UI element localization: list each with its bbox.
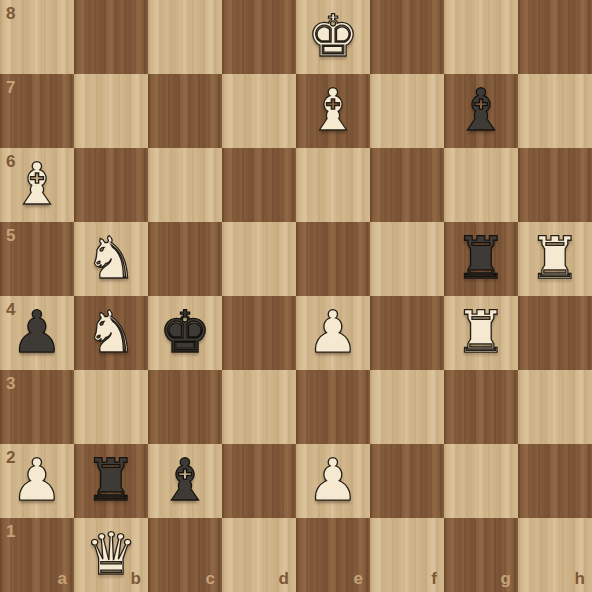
square-g5[interactable]: ♜ <box>444 222 518 296</box>
square-h1[interactable]: h <box>518 518 592 592</box>
square-b5[interactable]: ♞ <box>74 222 148 296</box>
square-h4[interactable] <box>518 296 592 370</box>
white-knight[interactable]: ♞ <box>74 296 148 370</box>
square-e3[interactable] <box>296 370 370 444</box>
file-label-d: d <box>279 569 289 589</box>
square-b7[interactable] <box>74 74 148 148</box>
square-e5[interactable] <box>296 222 370 296</box>
square-c5[interactable] <box>148 222 222 296</box>
square-f4[interactable] <box>370 296 444 370</box>
black-rook[interactable]: ♜ <box>74 444 148 518</box>
white-rook[interactable]: ♜ <box>518 222 592 296</box>
square-c1[interactable]: c <box>148 518 222 592</box>
file-label-g: g <box>501 569 511 589</box>
square-c2[interactable]: ♝ <box>148 444 222 518</box>
rank-label-8: 8 <box>6 4 15 24</box>
square-f7[interactable] <box>370 74 444 148</box>
square-a1[interactable]: 1a <box>0 518 74 592</box>
square-h3[interactable] <box>518 370 592 444</box>
file-label-f: f <box>431 569 437 589</box>
square-a5[interactable]: 5 <box>0 222 74 296</box>
rank-label-3: 3 <box>6 374 15 394</box>
square-e7[interactable]: ♝ <box>296 74 370 148</box>
square-e4[interactable]: ♟ <box>296 296 370 370</box>
square-e6[interactable] <box>296 148 370 222</box>
square-b6[interactable] <box>74 148 148 222</box>
square-e2[interactable]: ♟ <box>296 444 370 518</box>
square-b1[interactable]: b♛ <box>74 518 148 592</box>
chess-board: 8♚7♝♝6♝5♞♜♜4♟♞♚♟♜32♟♜♝♟1ab♛cdefgh <box>0 0 592 592</box>
square-a6[interactable]: 6♝ <box>0 148 74 222</box>
square-b2[interactable]: ♜ <box>74 444 148 518</box>
square-d7[interactable] <box>222 74 296 148</box>
square-g8[interactable] <box>444 0 518 74</box>
black-king[interactable]: ♚ <box>148 296 222 370</box>
square-c4[interactable]: ♚ <box>148 296 222 370</box>
square-b3[interactable] <box>74 370 148 444</box>
square-g1[interactable]: g <box>444 518 518 592</box>
black-rook[interactable]: ♜ <box>444 222 518 296</box>
square-g3[interactable] <box>444 370 518 444</box>
square-a4[interactable]: 4♟ <box>0 296 74 370</box>
square-f1[interactable]: f <box>370 518 444 592</box>
white-bishop[interactable]: ♝ <box>0 148 74 222</box>
square-a7[interactable]: 7 <box>0 74 74 148</box>
square-b8[interactable] <box>74 0 148 74</box>
square-d4[interactable] <box>222 296 296 370</box>
square-a3[interactable]: 3 <box>0 370 74 444</box>
square-g4[interactable]: ♜ <box>444 296 518 370</box>
rank-label-1: 1 <box>6 522 15 542</box>
white-pawn[interactable]: ♟ <box>0 444 74 518</box>
square-a2[interactable]: 2♟ <box>0 444 74 518</box>
black-bishop[interactable]: ♝ <box>444 74 518 148</box>
black-pawn[interactable]: ♟ <box>0 296 74 370</box>
file-label-e: e <box>354 569 363 589</box>
white-pawn[interactable]: ♟ <box>296 296 370 370</box>
square-e8[interactable]: ♚ <box>296 0 370 74</box>
square-d3[interactable] <box>222 370 296 444</box>
white-pawn[interactable]: ♟ <box>296 444 370 518</box>
square-c8[interactable] <box>148 0 222 74</box>
square-e1[interactable]: e <box>296 518 370 592</box>
square-b4[interactable]: ♞ <box>74 296 148 370</box>
square-h7[interactable] <box>518 74 592 148</box>
square-d6[interactable] <box>222 148 296 222</box>
square-f8[interactable] <box>370 0 444 74</box>
file-label-c: c <box>206 569 215 589</box>
white-king[interactable]: ♚ <box>296 0 370 74</box>
square-d2[interactable] <box>222 444 296 518</box>
square-h5[interactable]: ♜ <box>518 222 592 296</box>
square-g2[interactable] <box>444 444 518 518</box>
square-d1[interactable]: d <box>222 518 296 592</box>
file-label-h: h <box>575 569 585 589</box>
rank-label-5: 5 <box>6 226 15 246</box>
file-label-a: a <box>58 569 67 589</box>
square-c3[interactable] <box>148 370 222 444</box>
white-bishop[interactable]: ♝ <box>296 74 370 148</box>
square-c7[interactable] <box>148 74 222 148</box>
square-c6[interactable] <box>148 148 222 222</box>
rank-label-7: 7 <box>6 78 15 98</box>
white-knight[interactable]: ♞ <box>74 222 148 296</box>
black-bishop[interactable]: ♝ <box>148 444 222 518</box>
square-d5[interactable] <box>222 222 296 296</box>
square-f3[interactable] <box>370 370 444 444</box>
square-a8[interactable]: 8 <box>0 0 74 74</box>
square-d8[interactable] <box>222 0 296 74</box>
square-h8[interactable] <box>518 0 592 74</box>
white-queen[interactable]: ♛ <box>74 518 148 592</box>
square-f2[interactable] <box>370 444 444 518</box>
square-h6[interactable] <box>518 148 592 222</box>
square-g7[interactable]: ♝ <box>444 74 518 148</box>
square-f6[interactable] <box>370 148 444 222</box>
square-g6[interactable] <box>444 148 518 222</box>
white-rook[interactable]: ♜ <box>444 296 518 370</box>
square-f5[interactable] <box>370 222 444 296</box>
square-h2[interactable] <box>518 444 592 518</box>
